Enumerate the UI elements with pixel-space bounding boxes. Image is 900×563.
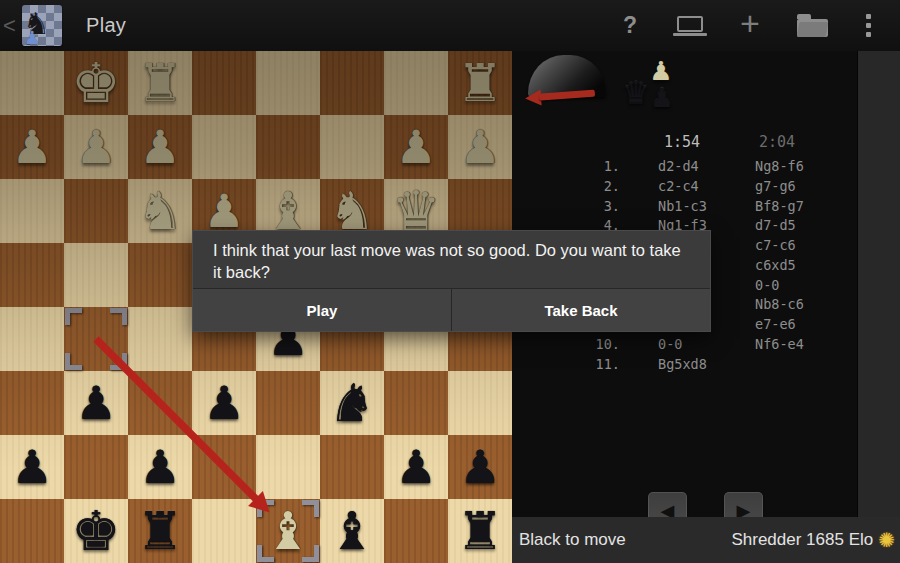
app-screen: < ♞ ♟ Play ? + ♚♜♜♟♟♟♟♟♞♟♝♞♛♟♞♟♟♟♞♟♟♟♟♚♜… xyxy=(0,0,900,563)
overflow-menu-icon[interactable] xyxy=(846,0,890,51)
take-back-button[interactable]: Take Back xyxy=(452,289,710,331)
move-num-10: 10. xyxy=(532,336,620,352)
sun-strength-icon: ✺ xyxy=(878,528,895,552)
folder-body-glyph xyxy=(797,19,828,37)
move-row-3[interactable]: 3.Nb1-c3Bf8-g7 xyxy=(512,198,857,218)
square-g7[interactable] xyxy=(64,435,128,499)
move-row-2[interactable]: 2.c2-c4g7-g6 xyxy=(512,178,857,198)
square-b1[interactable] xyxy=(384,51,448,115)
captured-black-P: ♟ xyxy=(647,82,677,114)
square-d2[interactable] xyxy=(256,115,320,179)
square-d7[interactable] xyxy=(256,435,320,499)
square-h3[interactable] xyxy=(0,179,64,243)
screen-glyph xyxy=(677,16,703,32)
move-num-11: 11. xyxy=(532,356,620,372)
black-clock: 2:04 xyxy=(737,133,817,151)
move-row-11[interactable]: 11.Bg5xd8 xyxy=(512,356,857,376)
square-h2[interactable] xyxy=(0,115,64,179)
square-f5[interactable] xyxy=(128,307,192,371)
square-g8[interactable] xyxy=(64,499,128,563)
top-bar: < ♞ ♟ Play ? + xyxy=(0,0,900,51)
move-bm-10: Nf6-e4 xyxy=(755,336,855,352)
move-bm-6: c6xd5 xyxy=(755,257,855,273)
square-g2[interactable] xyxy=(64,115,128,179)
square-f8[interactable] xyxy=(128,499,192,563)
square-f7[interactable] xyxy=(128,435,192,499)
square-g1[interactable] xyxy=(64,51,128,115)
move-bm-9: e7-e6 xyxy=(755,316,855,332)
engine-strength: Shredder 1685 Elo xyxy=(731,530,873,550)
move-bm-1: Ng8-f6 xyxy=(755,158,855,174)
square-a8[interactable] xyxy=(448,499,512,563)
page-title: Play xyxy=(86,0,126,51)
status-bar: Black to move Shredder 1685 Elo ✺ xyxy=(512,517,900,563)
square-f1[interactable] xyxy=(128,51,192,115)
square-b6[interactable] xyxy=(384,371,448,435)
square-g6[interactable] xyxy=(64,371,128,435)
move-bm-7: 0-0 xyxy=(755,277,855,293)
square-c1[interactable] xyxy=(320,51,384,115)
square-h1[interactable] xyxy=(0,51,64,115)
square-f2[interactable] xyxy=(128,115,192,179)
captured-black-Q: ♛ xyxy=(621,77,651,109)
square-e6[interactable] xyxy=(192,371,256,435)
square-e8[interactable] xyxy=(192,499,256,563)
open-folder-icon[interactable] xyxy=(790,0,834,51)
square-f3[interactable] xyxy=(128,179,192,243)
move-bm-5: c7-c6 xyxy=(755,237,855,253)
app-logo-icon: ♞ ♟ xyxy=(22,5,62,46)
move-bm-3: Bf8-g7 xyxy=(755,198,855,214)
square-b7[interactable] xyxy=(384,435,448,499)
square-h5[interactable] xyxy=(0,307,64,371)
move-wm-10: 0-0 xyxy=(658,336,754,352)
move-bm-2: g7-g6 xyxy=(755,178,855,194)
square-b2[interactable] xyxy=(384,115,448,179)
square-h8[interactable] xyxy=(0,499,64,563)
square-e1[interactable] xyxy=(192,51,256,115)
move-bm-8: Nb8-c6 xyxy=(755,296,855,312)
square-g3[interactable] xyxy=(64,179,128,243)
square-f4[interactable] xyxy=(128,243,192,307)
square-c7[interactable] xyxy=(320,435,384,499)
play-button[interactable]: Play xyxy=(193,289,451,331)
turn-status: Black to move xyxy=(519,530,626,550)
move-num-2: 2. xyxy=(532,178,620,194)
square-f6[interactable] xyxy=(128,371,192,435)
move-wm-3: Nb1-c3 xyxy=(658,198,754,214)
dialog-message: I think that your last move was not so g… xyxy=(193,231,710,287)
dialog-buttons: Play Take Back xyxy=(193,288,710,331)
square-g5[interactable] xyxy=(64,307,128,371)
square-b8[interactable] xyxy=(384,499,448,563)
square-c6[interactable] xyxy=(320,371,384,435)
square-g4[interactable] xyxy=(64,243,128,307)
move-num-3: 3. xyxy=(532,198,620,214)
move-wm-1: d2-d4 xyxy=(658,158,754,174)
square-e7[interactable] xyxy=(192,435,256,499)
move-wm-2: c2-c4 xyxy=(658,178,754,194)
new-game-icon[interactable]: + xyxy=(728,0,772,51)
square-c8[interactable] xyxy=(320,499,384,563)
help-icon[interactable]: ? xyxy=(608,0,652,51)
move-row-10[interactable]: 10.0-0Nf6-e4 xyxy=(512,336,857,356)
square-h7[interactable] xyxy=(0,435,64,499)
square-h6[interactable] xyxy=(0,371,64,435)
logo-pawn-icon: ♟ xyxy=(24,27,40,46)
move-wm-11: Bg5xd8 xyxy=(658,356,754,372)
square-d8[interactable] xyxy=(256,499,320,563)
square-a6[interactable] xyxy=(448,371,512,435)
square-a1[interactable] xyxy=(448,51,512,115)
panel-right-strip xyxy=(857,51,900,517)
square-h4[interactable] xyxy=(0,243,64,307)
square-d6[interactable] xyxy=(256,371,320,435)
board-screen-icon[interactable] xyxy=(668,0,712,51)
move-row-1[interactable]: 1.d2-d4Ng8-f6 xyxy=(512,158,857,178)
take-back-dialog: I think that your last move was not so g… xyxy=(193,231,710,331)
screen-base-glyph xyxy=(673,33,707,36)
move-num-1: 1. xyxy=(532,158,620,174)
square-a2[interactable] xyxy=(448,115,512,179)
move-bm-4: d7-d5 xyxy=(755,217,855,233)
white-clock: 1:54 xyxy=(642,133,722,151)
square-c2[interactable] xyxy=(320,115,384,179)
back-chevron-icon[interactable]: < xyxy=(3,0,16,51)
square-a7[interactable] xyxy=(448,435,512,499)
square-e2[interactable] xyxy=(192,115,256,179)
captured-white-P: ♟ xyxy=(646,55,676,87)
square-d1[interactable] xyxy=(256,51,320,115)
